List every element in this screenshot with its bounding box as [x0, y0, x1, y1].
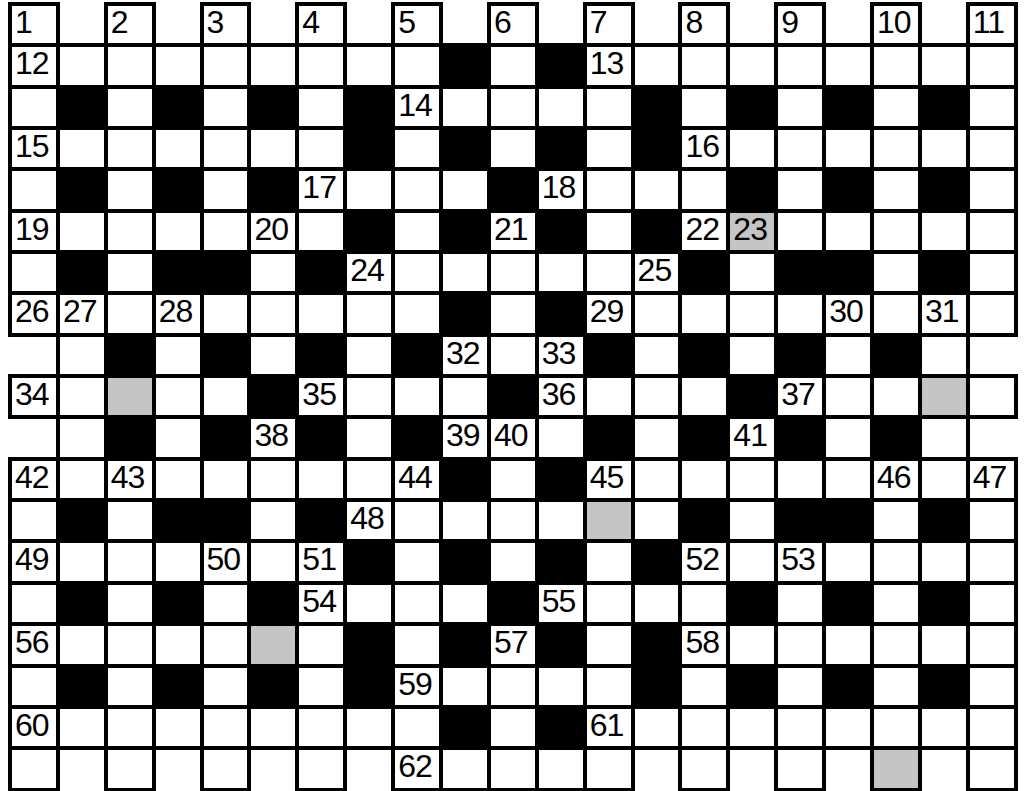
grid-cell[interactable]: 18 [535, 167, 587, 212]
grid-cell[interactable] [152, 705, 204, 750]
shaded-cell[interactable] [918, 374, 970, 419]
grid-cell[interactable] [487, 539, 539, 584]
grid-cell[interactable] [247, 250, 299, 295]
grid-cell[interactable] [870, 250, 922, 295]
grid-cell[interactable] [822, 705, 874, 750]
grid-cell[interactable] [343, 43, 395, 88]
grid-cell[interactable] [439, 581, 491, 626]
grid-cell[interactable]: 42 [8, 457, 60, 502]
grid-cell[interactable] [56, 333, 108, 378]
grid-cell[interactable] [774, 85, 826, 130]
grid-cell[interactable] [104, 746, 156, 791]
grid-cell[interactable] [104, 705, 156, 750]
grid-cell[interactable] [391, 581, 443, 626]
grid-cell[interactable] [487, 250, 539, 295]
grid-cell[interactable]: 34 [8, 374, 60, 419]
grid-cell[interactable] [535, 415, 587, 460]
grid-cell[interactable]: 56 [8, 622, 60, 667]
grid-cell[interactable] [439, 250, 491, 295]
grid-cell[interactable] [295, 705, 347, 750]
grid-cell[interactable] [726, 291, 778, 336]
grid-cell[interactable] [870, 705, 922, 750]
grid-cell[interactable] [104, 581, 156, 626]
grid-cell[interactable] [870, 664, 922, 709]
grid-cell[interactable]: 31 [918, 291, 970, 336]
grid-cell[interactable] [200, 167, 252, 212]
black-cell [918, 250, 970, 295]
grid-cell[interactable] [56, 705, 108, 750]
grid-cell[interactable] [918, 209, 970, 254]
grid-cell[interactable]: 14 [391, 85, 443, 130]
shaded-cell[interactable] [247, 622, 299, 667]
grid-cell[interactable] [487, 291, 539, 336]
shaded-cell[interactable] [104, 374, 156, 419]
grid-cell[interactable] [870, 85, 922, 130]
grid-cell[interactable] [391, 126, 443, 171]
grid-cell[interactable] [152, 333, 204, 378]
grid-cell[interactable] [583, 167, 635, 212]
grid-cell[interactable] [391, 622, 443, 667]
grid-cell[interactable] [822, 415, 874, 460]
clue-number: 56 [15, 626, 49, 659]
grid-cell[interactable] [870, 291, 922, 336]
grid-cell[interactable] [439, 85, 491, 130]
grid-cell[interactable] [966, 746, 1018, 791]
grid-cell[interactable] [391, 498, 443, 543]
grid-cell[interactable]: 13 [583, 43, 635, 88]
grid-cell[interactable] [343, 705, 395, 750]
shaded-cell[interactable] [870, 746, 922, 791]
grid-cell[interactable]: 54 [295, 581, 347, 626]
grid-cell[interactable] [56, 415, 108, 460]
black-cell [295, 415, 347, 460]
grid-cell[interactable]: 47 [966, 457, 1018, 502]
grid-cell[interactable] [152, 374, 204, 419]
grid-cell[interactable] [966, 622, 1018, 667]
grid-cell[interactable] [774, 126, 826, 171]
grid-cell[interactable] [583, 374, 635, 419]
grid-cell[interactable]: 10 [870, 2, 922, 47]
grid-cell[interactable]: 24 [343, 250, 395, 295]
grid-cell[interactable]: 46 [870, 457, 922, 502]
shaded-cell[interactable]: 23 [726, 209, 778, 254]
grid-cell[interactable] [152, 43, 204, 88]
grid-cell[interactable] [295, 126, 347, 171]
grid-cell[interactable]: 44 [391, 457, 443, 502]
black-cell [200, 498, 252, 543]
grid-cell[interactable] [726, 333, 778, 378]
grid-cell[interactable] [726, 705, 778, 750]
grid-cell[interactable] [870, 539, 922, 584]
grid-cell[interactable] [631, 333, 683, 378]
grid-cell[interactable] [200, 664, 252, 709]
grid-cell[interactable] [678, 374, 730, 419]
grid-cell[interactable] [343, 374, 395, 419]
grid-cell[interactable] [870, 374, 922, 419]
grid-cell[interactable] [726, 250, 778, 295]
grid-cell[interactable] [200, 457, 252, 502]
grid-cell[interactable]: 17 [295, 167, 347, 212]
grid-cell[interactable] [918, 539, 970, 584]
grid-cell[interactable] [391, 539, 443, 584]
grid-cell[interactable] [487, 498, 539, 543]
grid-cell[interactable] [295, 43, 347, 88]
grid-cell[interactable] [870, 581, 922, 626]
grid-cell[interactable] [56, 43, 108, 88]
grid-cell[interactable] [631, 374, 683, 419]
grid-cell[interactable] [487, 746, 539, 791]
grid-cell[interactable] [966, 250, 1018, 295]
black-cell [56, 581, 108, 626]
grid-cell[interactable] [631, 167, 683, 212]
grid-cell[interactable]: 12 [8, 43, 60, 88]
grid-cell[interactable]: 35 [295, 374, 347, 419]
grid-cell[interactable] [583, 622, 635, 667]
grid-cell[interactable] [822, 374, 874, 419]
grid-cell[interactable] [295, 622, 347, 667]
grid-cell[interactable] [631, 457, 683, 502]
grid-cell[interactable] [774, 43, 826, 88]
grid-cell[interactable] [391, 705, 443, 750]
clue-number: 10 [877, 6, 911, 39]
black-cell [631, 126, 683, 171]
grid-cell[interactable] [966, 209, 1018, 254]
grid-cell[interactable] [343, 457, 395, 502]
grid-cell[interactable]: 8 [678, 2, 730, 47]
grid-cell[interactable]: 20 [247, 209, 299, 254]
grid-cell[interactable] [247, 333, 299, 378]
grid-cell[interactable] [774, 622, 826, 667]
grid-cell[interactable] [200, 209, 252, 254]
shaded-cell[interactable] [583, 498, 635, 543]
grid-cell[interactable] [439, 664, 491, 709]
grid-cell[interactable] [870, 209, 922, 254]
grid-cell[interactable] [104, 167, 156, 212]
grid-cell[interactable]: 5 [391, 2, 443, 47]
grid-cell[interactable]: 61 [583, 705, 635, 750]
grid-cell[interactable] [152, 415, 204, 460]
grid-cell[interactable] [247, 291, 299, 336]
grid-cell[interactable] [966, 539, 1018, 584]
grid-cell[interactable] [966, 291, 1018, 336]
grid-cell[interactable]: 36 [535, 374, 587, 419]
grid-cell[interactable] [200, 126, 252, 171]
grid-cell[interactable] [56, 457, 108, 502]
grid-cell[interactable] [966, 374, 1018, 419]
grid-cell[interactable] [822, 126, 874, 171]
grid-cell[interactable] [918, 457, 970, 502]
grid-cell[interactable]: 7 [583, 2, 635, 47]
grid-cell[interactable]: 53 [774, 539, 826, 584]
grid-cell[interactable] [487, 705, 539, 750]
grid-cell[interactable] [583, 250, 635, 295]
grid-cell[interactable] [343, 415, 395, 460]
grid-cell[interactable] [104, 498, 156, 543]
grid-cell[interactable] [200, 85, 252, 130]
grid-cell[interactable] [487, 85, 539, 130]
grid-cell[interactable] [966, 85, 1018, 130]
grid-cell[interactable] [152, 539, 204, 584]
grid-cell[interactable]: 21 [487, 209, 539, 254]
grid-cell[interactable] [966, 498, 1018, 543]
grid-cell[interactable] [535, 746, 587, 791]
grid-cell[interactable] [726, 498, 778, 543]
grid-cell[interactable] [104, 539, 156, 584]
grid-cell[interactable] [535, 664, 587, 709]
grid-cell[interactable] [583, 539, 635, 584]
grid-cell[interactable]: 26 [8, 291, 60, 336]
grid-cell[interactable] [822, 622, 874, 667]
grid-cell[interactable] [247, 498, 299, 543]
grid-cell[interactable]: 45 [583, 457, 635, 502]
grid-cell[interactable] [439, 746, 491, 791]
black-cell [631, 209, 683, 254]
grid-cell[interactable] [583, 126, 635, 171]
grid-cell[interactable]: 55 [535, 581, 587, 626]
grid-cell[interactable] [391, 43, 443, 88]
grid-cell[interactable] [822, 43, 874, 88]
grid-cell[interactable] [391, 291, 443, 336]
clue-number: 15 [15, 130, 49, 163]
grid-cell[interactable]: 4 [295, 2, 347, 47]
grid-cell[interactable] [870, 622, 922, 667]
grid-cell[interactable] [152, 209, 204, 254]
grid-cell[interactable] [918, 333, 970, 378]
grid-cell[interactable] [343, 291, 395, 336]
grid-cell[interactable] [678, 746, 730, 791]
grid-cell[interactable]: 3 [200, 2, 252, 47]
grid-cell[interactable] [678, 43, 730, 88]
grid-cell[interactable] [631, 415, 683, 460]
grid-cell[interactable] [247, 457, 299, 502]
grid-cell[interactable] [918, 43, 970, 88]
grid-cell[interactable]: 43 [104, 457, 156, 502]
grid-cell[interactable]: 25 [631, 250, 683, 295]
grid-cell[interactable]: 50 [200, 539, 252, 584]
grid-cell[interactable] [200, 746, 252, 791]
grid-cell[interactable] [966, 126, 1018, 171]
grid-cell[interactable] [966, 705, 1018, 750]
grid-cell[interactable] [726, 457, 778, 502]
grid-cell[interactable] [822, 457, 874, 502]
grid-cell[interactable] [247, 126, 299, 171]
grid-cell[interactable] [774, 209, 826, 254]
grid-cell[interactable] [343, 333, 395, 378]
grid-cell[interactable] [391, 250, 443, 295]
grid-cell[interactable] [439, 167, 491, 212]
grid-cell[interactable]: 62 [391, 746, 443, 791]
grid-cell[interactable] [391, 374, 443, 419]
grid-cell[interactable] [966, 167, 1018, 212]
grid-cell[interactable] [487, 126, 539, 171]
grid-cell[interactable] [295, 291, 347, 336]
grid-cell[interactable] [439, 498, 491, 543]
grid-cell[interactable]: 27 [56, 291, 108, 336]
grid-cell[interactable]: 40 [487, 415, 539, 460]
grid-cell[interactable] [678, 85, 730, 130]
grid-cell[interactable] [152, 126, 204, 171]
grid-cell[interactable] [870, 498, 922, 543]
grid-cell[interactable] [822, 209, 874, 254]
grid-cell[interactable] [870, 167, 922, 212]
grid-cell[interactable] [56, 126, 108, 171]
grid-cell[interactable] [343, 581, 395, 626]
grid-cell[interactable]: 49 [8, 539, 60, 584]
grid-cell[interactable] [200, 374, 252, 419]
grid-cell[interactable] [583, 581, 635, 626]
grid-cell[interactable] [678, 291, 730, 336]
grid-cell[interactable]: 59 [391, 664, 443, 709]
grid-cell[interactable]: 37 [774, 374, 826, 419]
grid-cell[interactable] [583, 209, 635, 254]
grid-cell[interactable] [678, 167, 730, 212]
grid-cell[interactable] [247, 705, 299, 750]
grid-cell[interactable] [104, 43, 156, 88]
grid-cell[interactable] [487, 333, 539, 378]
grid-cell[interactable] [918, 415, 970, 460]
grid-cell[interactable] [774, 457, 826, 502]
black-cell [678, 333, 730, 378]
grid-cell[interactable]: 41 [726, 415, 778, 460]
grid-cell[interactable] [535, 85, 587, 130]
grid-cell[interactable]: 52 [678, 539, 730, 584]
grid-cell[interactable] [439, 374, 491, 419]
grid-cell[interactable] [104, 126, 156, 171]
grid-cell[interactable] [631, 291, 683, 336]
grid-cell[interactable]: 2 [104, 2, 156, 47]
grid-cell[interactable] [200, 705, 252, 750]
void-space [249, 748, 297, 789]
grid-cell[interactable] [8, 250, 60, 295]
grid-cell[interactable] [152, 622, 204, 667]
grid-cell[interactable] [104, 622, 156, 667]
grid-cell[interactable] [200, 43, 252, 88]
grid-cell[interactable] [56, 374, 108, 419]
grid-cell[interactable] [8, 498, 60, 543]
grid-cell[interactable]: 32 [439, 333, 491, 378]
grid-cell[interactable] [774, 664, 826, 709]
grid-cell[interactable] [8, 581, 60, 626]
grid-cell[interactable]: 6 [487, 2, 539, 47]
grid-cell[interactable] [870, 43, 922, 88]
grid-cell[interactable]: 1 [8, 2, 60, 47]
grid-cell[interactable] [487, 457, 539, 502]
grid-cell[interactable] [8, 746, 60, 791]
grid-cell[interactable] [391, 167, 443, 212]
grid-cell[interactable] [583, 746, 635, 791]
grid-cell[interactable] [56, 622, 108, 667]
grid-cell[interactable] [631, 43, 683, 88]
grid-cell[interactable]: 28 [152, 291, 204, 336]
grid-cell[interactable] [774, 167, 826, 212]
grid-cell[interactable] [966, 43, 1018, 88]
grid-cell[interactable] [247, 43, 299, 88]
grid-cell[interactable] [295, 746, 347, 791]
grid-cell[interactable]: 9 [774, 2, 826, 47]
grid-cell[interactable] [247, 539, 299, 584]
grid-cell[interactable] [56, 539, 108, 584]
grid-cell[interactable]: 11 [966, 2, 1018, 47]
grid-cell[interactable] [8, 664, 60, 709]
grid-cell[interactable] [343, 167, 395, 212]
grid-cell[interactable] [678, 581, 730, 626]
grid-cell[interactable]: 33 [535, 333, 587, 378]
grid-cell[interactable] [774, 291, 826, 336]
crossword-grid: 1234567891011121314151617181920212223242… [10, 4, 1016, 790]
grid-cell[interactable] [966, 664, 1018, 709]
grid-cell[interactable]: 38 [247, 415, 299, 460]
grid-cell[interactable] [678, 457, 730, 502]
grid-cell[interactable] [678, 664, 730, 709]
grid-cell[interactable]: 57 [487, 622, 539, 667]
grid-cell[interactable] [535, 250, 587, 295]
grid-cell[interactable] [8, 85, 60, 130]
grid-cell[interactable] [726, 622, 778, 667]
grid-cell[interactable] [870, 126, 922, 171]
grid-cell[interactable]: 29 [583, 291, 635, 336]
grid-cell[interactable] [8, 167, 60, 212]
grid-cell[interactable] [535, 498, 587, 543]
grid-cell[interactable]: 58 [678, 622, 730, 667]
grid-cell[interactable]: 60 [8, 705, 60, 750]
grid-cell[interactable] [104, 209, 156, 254]
grid-cell[interactable] [104, 291, 156, 336]
grid-cell[interactable] [918, 622, 970, 667]
grid-cell[interactable] [631, 498, 683, 543]
grid-cell[interactable] [583, 664, 635, 709]
grid-cell[interactable] [152, 457, 204, 502]
grid-cell[interactable] [822, 539, 874, 584]
grid-cell[interactable] [104, 664, 156, 709]
grid-cell[interactable] [631, 581, 683, 626]
grid-cell[interactable] [200, 581, 252, 626]
grid-cell[interactable]: 19 [8, 209, 60, 254]
grid-cell[interactable] [295, 85, 347, 130]
grid-cell[interactable] [200, 622, 252, 667]
grid-cell[interactable] [678, 705, 730, 750]
grid-cell[interactable] [774, 581, 826, 626]
grid-cell[interactable] [104, 85, 156, 130]
grid-cell[interactable] [774, 705, 826, 750]
grid-cell[interactable] [822, 333, 874, 378]
grid-cell[interactable]: 15 [8, 126, 60, 171]
grid-cell[interactable] [295, 209, 347, 254]
grid-cell[interactable]: 39 [439, 415, 491, 460]
grid-cell[interactable] [966, 581, 1018, 626]
grid-cell[interactable] [918, 126, 970, 171]
grid-cell[interactable]: 48 [343, 498, 395, 543]
grid-cell[interactable] [726, 43, 778, 88]
grid-cell[interactable] [774, 746, 826, 791]
grid-cell[interactable] [56, 209, 108, 254]
grid-cell[interactable] [631, 705, 683, 750]
grid-cell[interactable] [918, 705, 970, 750]
grid-cell[interactable] [583, 85, 635, 130]
grid-cell[interactable] [487, 664, 539, 709]
grid-cell[interactable] [726, 126, 778, 171]
grid-cell[interactable]: 22 [678, 209, 730, 254]
grid-cell[interactable] [295, 457, 347, 502]
grid-cell[interactable] [487, 43, 539, 88]
grid-cell[interactable] [200, 291, 252, 336]
grid-cell[interactable] [391, 209, 443, 254]
grid-cell[interactable]: 30 [822, 291, 874, 336]
grid-cell[interactable]: 51 [295, 539, 347, 584]
grid-cell[interactable] [726, 539, 778, 584]
grid-cell[interactable]: 16 [678, 126, 730, 171]
grid-cell[interactable] [295, 664, 347, 709]
grid-cell[interactable] [104, 250, 156, 295]
